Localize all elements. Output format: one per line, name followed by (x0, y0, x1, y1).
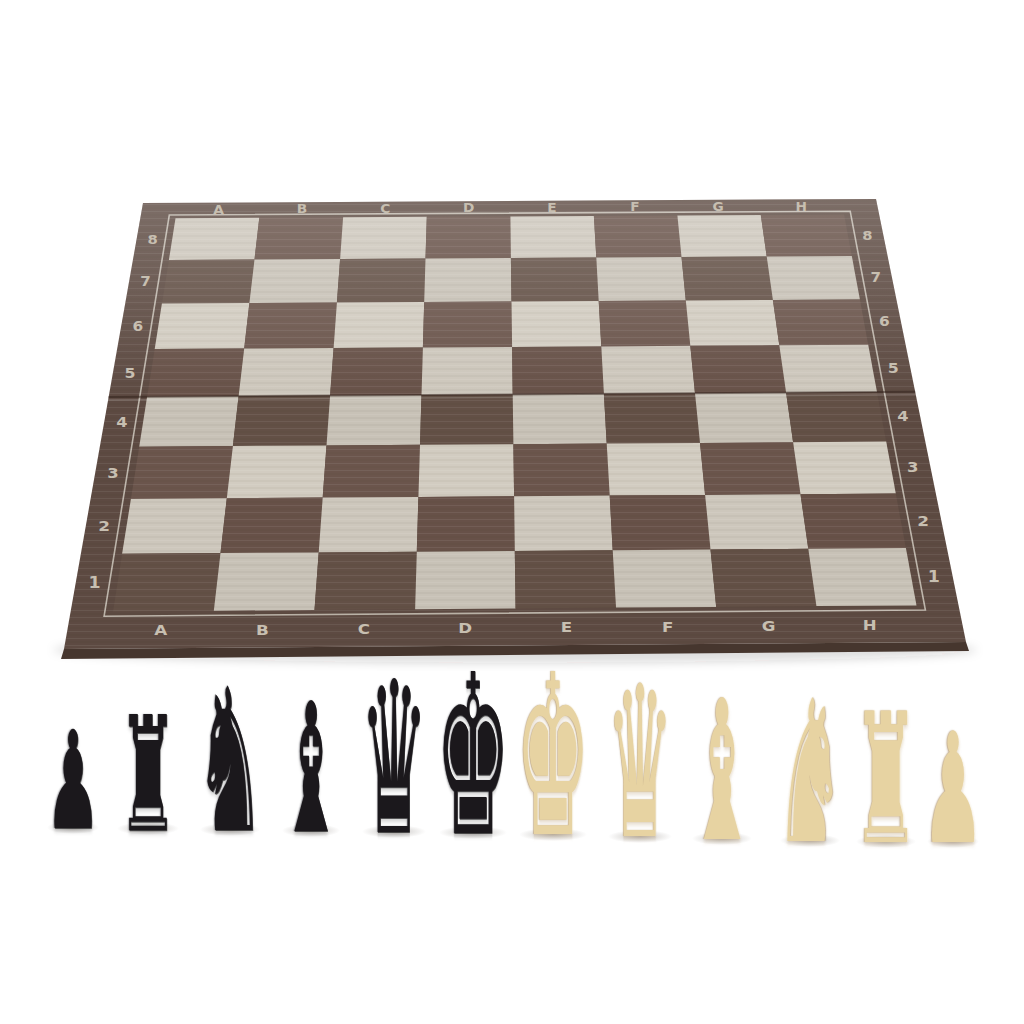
black-rook[interactable]: ♜ (118, 695, 178, 854)
piece-lineup: ♟♜♞♝♛♚♚♛♝♞♜♟ (0, 0, 1024, 1024)
black-king[interactable]: ♚ (435, 645, 511, 867)
white-bishop[interactable]: ♝ (687, 675, 757, 869)
white-queen[interactable]: ♛ (606, 659, 674, 869)
black-knight[interactable]: ♞ (194, 663, 265, 861)
white-pawn[interactable]: ♟ (921, 713, 984, 866)
white-king[interactable]: ♚ (515, 646, 591, 869)
product-photo-scene: AABBCCDDEEFFGGHH8877665544332211 ♟♜♞♝♛♚♚… (0, 0, 1024, 1024)
white-knight[interactable]: ♞ (775, 674, 846, 871)
black-bishop[interactable]: ♝ (279, 680, 343, 859)
black-queen[interactable]: ♛ (360, 654, 428, 865)
white-rook[interactable]: ♜ (852, 690, 920, 870)
black-pawn[interactable]: ♟ (45, 713, 101, 849)
